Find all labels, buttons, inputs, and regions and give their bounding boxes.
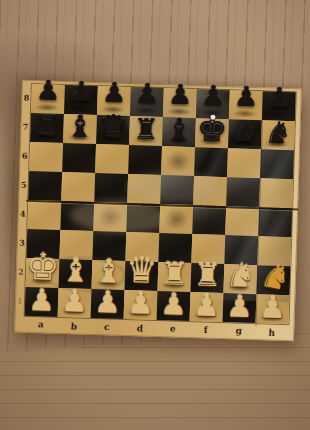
piece-black-pawn-e8[interactable]: ♟ xyxy=(163,80,197,108)
piece-black-pawn-a8[interactable]: ♟ xyxy=(31,76,65,104)
piece-white-pawn-e1[interactable]: ♟ xyxy=(157,289,191,320)
rank-label-3: 3 xyxy=(17,238,27,248)
piece-white-pawn-d1[interactable]: ♟ xyxy=(124,288,158,319)
piece-white-pawn-h1[interactable]: ♟ xyxy=(256,292,290,323)
piece-white-pawn-g1[interactable]: ♟ xyxy=(223,291,257,322)
file-label-f: f xyxy=(189,325,222,335)
file-label-g: g xyxy=(222,325,255,336)
piece-white-bishop-c2[interactable]: ♝ xyxy=(92,254,126,288)
piece-black-rook-d7[interactable]: ♜ xyxy=(129,115,163,144)
rank-label-8: 8 xyxy=(21,93,31,103)
piece-white-king-a2[interactable]: ♚ xyxy=(26,248,60,286)
piece-black-pawn-d8[interactable]: ♟ xyxy=(130,79,164,107)
piece-white-queen-d2[interactable]: ♛ xyxy=(125,253,159,289)
piece-white-pawn-a1[interactable]: ♟ xyxy=(25,285,59,316)
piece-black-bishop-b7[interactable]: ♝ xyxy=(63,111,97,142)
file-label-b: b xyxy=(57,320,91,332)
piece-black-pawn-f8[interactable]: ♟ xyxy=(196,81,230,109)
piece-black-pawn-b8[interactable]: ♟ xyxy=(64,77,98,105)
rank-label-5: 5 xyxy=(19,180,29,190)
rank-label-1: 1 xyxy=(15,296,25,306)
file-label-e: e xyxy=(156,323,189,334)
piece-black-king-f7[interactable]: ♚ xyxy=(195,111,229,146)
piece-black-bishop-e7[interactable]: ♝ xyxy=(162,114,196,145)
photo-scene: 87654321 abcdefgh ♟♟♟♟♟♟♟♟♜♝♛♜♝♚♞♞♚♝♝♛♜♜… xyxy=(0,0,310,430)
piece-white-pawn-b1[interactable]: ♟ xyxy=(58,286,92,317)
piece-white-pawn-c1[interactable]: ♟ xyxy=(91,287,125,318)
file-label-c: c xyxy=(90,322,123,332)
piece-black-rook-a7[interactable]: ♜ xyxy=(30,112,64,141)
rank-label-4: 4 xyxy=(18,209,28,219)
chess-board: 87654321 abcdefgh ♟♟♟♟♟♟♟♟♜♝♛♜♝♚♞♞♚♝♝♛♜♜… xyxy=(14,80,302,342)
rank-label-2: 2 xyxy=(16,267,26,277)
file-label-h: h xyxy=(255,327,289,339)
piece-black-pawn-h8[interactable]: ♟ xyxy=(262,83,296,111)
piece-black-pawn-g8[interactable]: ♟ xyxy=(229,82,263,110)
king-finial-dot xyxy=(210,115,215,120)
piece-white-pawn-f1[interactable]: ♟ xyxy=(190,290,224,321)
piece-black-pawn-c8[interactable]: ♟ xyxy=(97,78,131,106)
file-label-d: d xyxy=(123,322,157,334)
piece-black-queen-c7[interactable]: ♛ xyxy=(96,110,130,143)
piece-black-knight-h7[interactable]: ♞ xyxy=(261,117,295,148)
rank-label-7: 7 xyxy=(20,122,30,132)
wood-floor xyxy=(0,330,310,430)
piece-white-knight-g2[interactable]: ♞ xyxy=(224,258,258,292)
rank-label-6: 6 xyxy=(20,151,30,161)
file-label-a: a xyxy=(24,319,57,330)
piece-black-knight-g7[interactable]: ♞ xyxy=(228,116,262,147)
piece-white-bishop-b2[interactable]: ♝ xyxy=(59,253,93,287)
